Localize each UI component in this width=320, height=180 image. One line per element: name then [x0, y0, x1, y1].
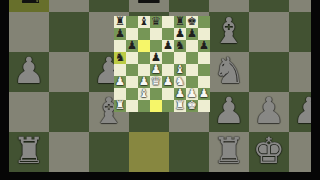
square-g5: [249, 0, 289, 12]
black-pawn: ♟: [199, 40, 209, 52]
black-pawn: ♟: [133, 0, 165, 9]
square-g5[interactable]: [186, 52, 198, 64]
square-c8[interactable]: ♝: [138, 16, 150, 28]
square-h8[interactable]: [198, 16, 210, 28]
letterbox-left: [0, 0, 9, 180]
square-g2: ♟: [249, 92, 289, 132]
square-e2[interactable]: [162, 88, 174, 100]
black-pawn: ♟: [115, 28, 125, 39]
black-knight: ♞: [115, 52, 125, 64]
square-c5[interactable]: [138, 52, 150, 64]
square-d1[interactable]: [150, 100, 162, 112]
square-h2[interactable]: ♟: [198, 88, 210, 100]
white-pawn: ♟: [163, 76, 173, 88]
square-g4: [249, 12, 289, 52]
chess-board[interactable]: ♜♝♛♜♚♟♟♟♟♟♞♟♞♟♟♝♟♟♛♟♞♝♟♟♟♜♜♚: [114, 16, 210, 112]
square-e6[interactable]: ♟: [162, 40, 174, 52]
square-b3: [49, 52, 89, 92]
white-rook: ♜: [175, 100, 185, 112]
square-e1: [169, 132, 209, 172]
square-c1: [89, 132, 129, 172]
square-c7[interactable]: [138, 28, 150, 40]
square-b5[interactable]: [126, 52, 138, 64]
square-g7[interactable]: ♟: [186, 28, 198, 40]
square-d3[interactable]: ♛: [150, 76, 162, 88]
white-queen: ♛: [151, 76, 161, 88]
square-c6[interactable]: [138, 40, 150, 52]
white-pawn: ♟: [253, 93, 285, 129]
square-h4[interactable]: [198, 64, 210, 76]
square-a5: ♞: [9, 0, 49, 12]
square-f4: ♝: [209, 12, 249, 52]
white-king: ♚: [253, 133, 285, 169]
white-pawn: ♟: [213, 93, 245, 129]
square-g1: ♚: [249, 132, 289, 172]
square-d2[interactable]: [150, 88, 162, 100]
square-g3: [249, 52, 289, 92]
square-b2: [49, 92, 89, 132]
square-d1: [129, 132, 169, 172]
square-b6[interactable]: ♟: [126, 40, 138, 52]
video-frame: ♜♝♛♜♚♟♟♟♟♟♞♟♞♟♟♝♟♟♛♟♞♝♟♟♟♜♜♚ ♜♝♛♜♚♟♟♟♟♟♞…: [0, 0, 320, 180]
square-f1[interactable]: ♜: [174, 100, 186, 112]
square-e1[interactable]: [162, 100, 174, 112]
square-b1: [49, 132, 89, 172]
square-e8[interactable]: [162, 16, 174, 28]
square-a4: [9, 12, 49, 52]
square-f3: ♞: [209, 52, 249, 92]
square-f6[interactable]: ♞: [174, 40, 186, 52]
square-d8[interactable]: ♛: [150, 16, 162, 28]
square-a2: [9, 92, 49, 132]
square-h6[interactable]: ♟: [198, 40, 210, 52]
square-g4[interactable]: [186, 64, 198, 76]
black-bishop: ♝: [139, 16, 149, 27]
square-b1[interactable]: [126, 100, 138, 112]
white-knight: ♞: [213, 53, 245, 89]
square-c5: [89, 0, 129, 12]
square-f2: ♟: [209, 92, 249, 132]
white-rook: ♜: [213, 133, 245, 169]
white-rook: ♜: [115, 100, 125, 112]
white-pawn: ♟: [115, 76, 125, 88]
square-a7[interactable]: ♟: [114, 28, 126, 40]
square-e5[interactable]: [162, 52, 174, 64]
square-b8[interactable]: [126, 16, 138, 28]
square-b5: [49, 0, 89, 12]
square-a3[interactable]: ♟: [114, 76, 126, 88]
letterbox-bottom: [0, 172, 320, 180]
square-g6[interactable]: [186, 40, 198, 52]
square-f1: ♜: [209, 132, 249, 172]
black-pawn: ♟: [187, 28, 197, 39]
square-e5: [169, 0, 209, 12]
square-h5[interactable]: [198, 52, 210, 64]
black-pawn: ♟: [163, 40, 173, 52]
white-rook: ♜: [13, 133, 45, 169]
square-e3[interactable]: ♟: [162, 76, 174, 88]
black-queen: ♛: [151, 16, 161, 27]
square-a3: ♟: [9, 52, 49, 92]
square-g1[interactable]: ♚: [186, 100, 198, 112]
white-bishop: ♝: [213, 13, 245, 49]
square-c1[interactable]: [138, 100, 150, 112]
black-knight: ♞: [13, 0, 45, 9]
square-b4: [49, 12, 89, 52]
letterbox-right: [311, 0, 320, 180]
black-pawn: ♟: [127, 40, 137, 52]
square-b2[interactable]: [126, 88, 138, 100]
square-d7[interactable]: [150, 28, 162, 40]
square-b4[interactable]: [126, 64, 138, 76]
white-pawn: ♟: [13, 53, 45, 89]
white-bishop: ♝: [139, 88, 149, 100]
square-b3[interactable]: [126, 76, 138, 88]
white-pawn: ♟: [199, 88, 209, 100]
white-king: ♚: [187, 100, 197, 112]
square-a5[interactable]: ♞: [114, 52, 126, 64]
black-knight: ♞: [175, 40, 185, 52]
square-a1: ♜: [9, 132, 49, 172]
square-c2[interactable]: ♝: [138, 88, 150, 100]
square-h1[interactable]: [198, 100, 210, 112]
square-a1[interactable]: ♜: [114, 100, 126, 112]
